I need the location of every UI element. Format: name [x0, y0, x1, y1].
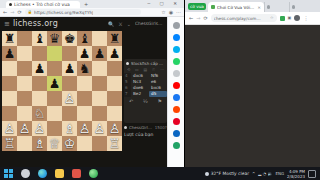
more-icon[interactable]: ⋯ — [176, 10, 181, 15]
url-text: chess.com/play/com… — [214, 16, 268, 21]
piece-p-h7[interactable]: ♟ — [109, 47, 121, 60]
square-d4[interactable] — [47, 91, 62, 106]
back-icon[interactable]: ← — [3, 10, 7, 15]
tab-group-text: cờ vua — [190, 4, 204, 9]
piece-P-c2[interactable]: ♙ — [34, 122, 46, 135]
piece-N-c3[interactable]: ♘ — [34, 107, 46, 120]
lichess-chess-board: ♜♝♛♚♝♜♟♟♟♟♟♟♞♟♙♘♙♙♙♗♙♙♙♖♗♕♔♖ — [2, 31, 122, 151]
favorites-icon[interactable]: ☆ — [161, 10, 165, 15]
piece-P-g2[interactable]: ♙ — [94, 122, 106, 135]
desktop: Lichess • Trò chơi cờ vua + ─ ▢ ✕ ← → ⟳ … — [0, 0, 320, 180]
window-controls[interactable]: ─ ▢ ✕ — [147, 1, 181, 6]
square-c4[interactable] — [32, 91, 47, 106]
square-a8[interactable]: ♜ — [2, 31, 17, 46]
new-tab-button[interactable]: + — [84, 1, 88, 7]
movelist-tool-icon[interactable]: ⋯ — [160, 68, 164, 72]
square-c3[interactable]: ♘ — [32, 106, 47, 121]
chesscom-favicon — [211, 5, 215, 9]
piece-p-g7[interactable]: ♟ — [94, 47, 106, 60]
square-f2[interactable]: ♙ — [77, 121, 92, 136]
square-f6[interactable]: ♞ — [77, 61, 92, 76]
start-icon — [4, 174, 8, 178]
game-side-panel: Stockfish cấp độ 6 ⟲▭▤⚐⋯ 4dxc6Nf65Nc3e66… — [124, 59, 167, 123]
square-f4[interactable] — [77, 91, 92, 106]
browser-toolbar: ← → ⟳ 🔒 https://lichess.org/9wXqTYhJ ☆ ◉… — [0, 8, 184, 17]
tab-title: Lichess • Trò chơi cờ vua — [14, 2, 70, 7]
square-c1[interactable]: ♗ — [32, 136, 47, 151]
movelist-tool-icon[interactable]: ▤ — [143, 68, 147, 72]
start-icon — [9, 174, 13, 178]
square-g6[interactable] — [92, 61, 107, 76]
close-tab-icon[interactable]: ✕ — [258, 5, 261, 10]
weather-text: 32°F Mostly clear — [211, 171, 249, 176]
square-g7[interactable]: ♟ — [92, 46, 107, 61]
square-h8[interactable]: ♜ — [107, 31, 122, 46]
draw-button[interactable]: ½ — [143, 99, 148, 104]
square-g2[interactable]: ♙ — [92, 121, 107, 136]
search-icon[interactable]: 🔍 — [108, 21, 114, 27]
movelist-tool-icon[interactable]: ⟲ — [127, 68, 130, 72]
sidebar-app-icon[interactable] — [173, 22, 180, 29]
piece-P-a2[interactable]: ♙ — [4, 122, 16, 135]
square-a3[interactable] — [2, 106, 17, 121]
tray-icons[interactable]: ▂ ◔ 🔉 — [258, 171, 272, 176]
square-d8[interactable]: ♛ — [47, 31, 62, 46]
lichess-header: ≡ lichess.org 🔍 ⚔ ⌄ ChessGirlsDa… — [0, 17, 167, 30]
sidebar-app-icon[interactable] — [173, 58, 180, 65]
square-c6[interactable]: ♟ — [32, 61, 47, 76]
green-app-icon[interactable] — [89, 169, 98, 178]
red-app-icon[interactable] — [72, 169, 81, 178]
profile-icon[interactable]: ◉ — [169, 10, 173, 15]
square-a7[interactable]: ♟ — [2, 46, 17, 61]
square-c2[interactable]: ♙ — [32, 121, 47, 136]
turn-status: Lượt của bạn — [124, 132, 167, 137]
piece-b-c8[interactable]: ♝ — [34, 32, 46, 45]
tab-bar: cờ vua Chơi Cờ Vua Với Máy Tín… ✕ — [185, 0, 320, 12]
square-h6[interactable] — [107, 61, 122, 76]
player-name[interactable]: ChessGirlsDay_Youtu… — [129, 125, 153, 130]
square-b3[interactable] — [17, 106, 32, 121]
language-indicator[interactable]: ENG — [275, 171, 284, 176]
square-h7[interactable]: ♟ — [107, 46, 122, 61]
square-b2[interactable]: ♙ — [17, 121, 32, 136]
square-e2[interactable]: ♗ — [62, 121, 77, 136]
square-h1[interactable]: ♖ — [107, 136, 122, 151]
browser-window-lichess: Lichess • Trò chơi cờ vua + ─ ▢ ✕ ← → ⟳ … — [0, 0, 184, 167]
movelist-tool-icon[interactable]: ▭ — [135, 68, 139, 72]
moon-icon — [205, 172, 209, 176]
search-icon[interactable] — [21, 169, 30, 178]
start-icon — [9, 169, 13, 173]
square-b4[interactable] — [17, 91, 32, 106]
lichess-username[interactable]: ChessGirlsDa… — [135, 21, 163, 26]
piece-P-e4[interactable]: ♙ — [64, 92, 76, 105]
sidebar-app-icon[interactable] — [173, 82, 180, 89]
square-g3[interactable] — [92, 106, 107, 121]
challenge-icon[interactable]: ⚔ — [118, 21, 122, 27]
tab-bar: Lichess • Trò chơi cờ vua + ─ ▢ ✕ — [0, 0, 184, 8]
sidebar-app-icon[interactable] — [173, 106, 180, 113]
notification-icon[interactable] — [308, 170, 316, 178]
move[interactable]: d5 — [149, 91, 167, 97]
piece-R-a1[interactable]: ♖ — [4, 137, 16, 150]
square-g8[interactable] — [92, 31, 107, 46]
file-explorer-icon[interactable] — [55, 169, 64, 178]
windows-taskbar: 32°F Mostly clear ^ ▂ ◔ 🔉 ENG 4:09 PM 2/… — [0, 167, 320, 180]
square-h3[interactable] — [107, 106, 122, 121]
weather-widget[interactable]: 32°F Mostly clear — [205, 171, 249, 176]
piece-n-f6[interactable]: ♞ — [79, 62, 91, 75]
forward-icon[interactable]: → — [10, 10, 14, 15]
address-bar[interactable]: chess.com/play/com… ☆ — [211, 14, 277, 22]
square-g1[interactable] — [92, 136, 107, 151]
piece-p-c6[interactable]: ♟ — [34, 62, 46, 75]
start-icon — [4, 169, 8, 173]
lichess-wordmark[interactable]: lichess.org — [13, 19, 58, 28]
square-g4[interactable] — [92, 91, 107, 106]
square-b1[interactable] — [17, 136, 32, 151]
piece-p-a7[interactable]: ♟ — [4, 47, 16, 60]
tab-title: Chơi Cờ Vua Với Máy Tín… — [217, 5, 256, 10]
reload-icon[interactable]: ⟳ — [203, 16, 207, 21]
lichess-favicon — [9, 3, 12, 6]
move-list: 4dxc6Nf65Nc3e66dxe6bxc67Be2d5 — [124, 73, 167, 97]
piece-Q-d1[interactable]: ♕ — [49, 137, 61, 150]
address-bar[interactable]: 🔒 https://lichess.org/9wXqTYhJ — [25, 9, 141, 15]
tab-lichess[interactable]: Lichess • Trò chơi cờ vua — [6, 1, 80, 8]
player-rating: 1500? — [155, 125, 167, 130]
square-a1[interactable]: ♖ — [2, 136, 17, 151]
lock-icon: 🔒 — [28, 10, 32, 14]
square-d6[interactable] — [47, 61, 62, 76]
edge-sidebar — [167, 17, 184, 167]
square-e7[interactable] — [62, 46, 77, 61]
square-d5[interactable]: ♟ — [47, 76, 62, 91]
square-b7[interactable] — [17, 46, 32, 61]
sidebar-app-icon[interactable] — [173, 46, 180, 53]
bookmark-icon[interactable]: ☆ — [270, 16, 274, 20]
edge-icon[interactable] — [38, 169, 47, 178]
square-g5[interactable] — [92, 76, 107, 91]
piece-r-a8[interactable]: ♜ — [4, 32, 16, 45]
taskbar-right: 32°F Mostly clear ^ ▂ ◔ 🔉 ENG 4:09 PM 2/… — [205, 169, 316, 179]
notifications-icon[interactable]: ⌄ — [127, 21, 131, 27]
tray-caret[interactable]: ^ — [252, 171, 255, 176]
piece-r-h8[interactable]: ♜ — [109, 32, 121, 45]
player-row: ChessGirlsDay_Youtu… 1500? — [124, 124, 167, 131]
square-e8[interactable]: ♚ — [62, 31, 77, 46]
piece-q-d8[interactable]: ♛ — [49, 32, 61, 45]
tab-stub[interactable] — [289, 2, 314, 12]
url-text: https://lichess.org/9wXqTYhJ — [34, 10, 93, 15]
tab-favicon — [292, 5, 296, 9]
browser-window-chesscom: cờ vua Chơi Cờ Vua Với Máy Tín… ✕ ← → ⟳ … — [185, 0, 320, 167]
piece-B-c1[interactable]: ♗ — [34, 137, 46, 150]
square-a2[interactable]: ♙ — [2, 121, 17, 136]
square-e5[interactable] — [62, 76, 77, 91]
puzzle-icon[interactable]: ▣ — [288, 16, 292, 20]
piece-k-e8[interactable]: ♚ — [64, 32, 76, 45]
move[interactable]: Be2 — [131, 91, 149, 97]
square-f8[interactable]: ♝ — [77, 31, 92, 46]
forward-icon[interactable]: → — [196, 16, 200, 21]
profile-avatar[interactable] — [294, 15, 300, 21]
reload-icon[interactable]: ⟳ — [17, 10, 21, 15]
sidebar-app-icon[interactable] — [173, 118, 180, 125]
square-d2[interactable] — [47, 121, 62, 136]
browser-toolbar: ← → ⟳ chess.com/play/com… ☆ ▣ ⋮ — [185, 12, 320, 25]
piece-P-h2[interactable]: ♙ — [109, 122, 121, 135]
more-icon[interactable]: ⋮ — [303, 16, 308, 21]
tab-favicon — [267, 5, 271, 9]
piece-K-e1[interactable]: ♔ — [64, 137, 76, 150]
square-e4[interactable]: ♙ — [62, 91, 77, 106]
start-button[interactable] — [4, 169, 13, 178]
sidebar-app-icon[interactable] — [173, 70, 180, 77]
clock[interactable]: 4:09 PM 2/8/2023 — [287, 169, 305, 179]
sidebar-app-icon[interactable] — [173, 130, 180, 137]
square-c8[interactable]: ♝ — [32, 31, 47, 46]
piece-p-e6[interactable]: ♟ — [64, 62, 76, 75]
square-a5[interactable] — [2, 76, 17, 91]
sidebar-app-icon[interactable] — [173, 142, 180, 149]
square-h4[interactable] — [107, 91, 122, 106]
engine-row: Stockfish cấp độ 6 — [124, 60, 167, 67]
date-text: 2/8/2023 — [287, 174, 305, 179]
piece-b-f8[interactable]: ♝ — [79, 32, 91, 45]
sidebar-app-icon[interactable] — [173, 94, 180, 101]
menu-icon[interactable]: ≡ — [4, 20, 10, 28]
square-f5[interactable] — [77, 76, 92, 91]
square-c7[interactable] — [32, 46, 47, 61]
resign-button[interactable]: ⚑ — [158, 99, 162, 104]
sidebar-app-icon[interactable] — [173, 34, 180, 41]
square-h2[interactable]: ♙ — [107, 121, 122, 136]
square-e1[interactable]: ♔ — [62, 136, 77, 151]
square-f3[interactable] — [77, 106, 92, 121]
square-b5[interactable] — [17, 76, 32, 91]
square-h5[interactable] — [107, 76, 122, 91]
header-icons: 🔍 ⚔ ⌄ ChessGirlsDa… — [108, 21, 163, 27]
square-e3[interactable] — [62, 106, 77, 121]
toolbar-icons: ☆ ◉ ⋯ — [161, 10, 181, 15]
piece-P-f2[interactable]: ♙ — [79, 122, 91, 135]
square-b8[interactable] — [17, 31, 32, 46]
engine-name: Stockfish cấp độ 6 — [131, 61, 165, 66]
player-color-dot — [124, 126, 127, 129]
tab-stub[interactable] — [264, 2, 289, 12]
piece-p-f7[interactable]: ♟ — [79, 47, 91, 60]
takeback-button[interactable]: ↶ — [129, 99, 133, 104]
extension-icon[interactable] — [280, 16, 285, 21]
piece-R-h1[interactable]: ♖ — [109, 137, 121, 150]
piece-B-e2[interactable]: ♗ — [64, 122, 76, 135]
square-d1[interactable]: ♕ — [47, 136, 62, 151]
piece-p-d5[interactable]: ♟ — [49, 77, 61, 90]
game-actions: ↶ ½ ⚑ — [124, 97, 167, 104]
movelist-tool-icon[interactable]: ⚐ — [152, 68, 155, 72]
square-b6[interactable] — [17, 61, 32, 76]
piece-P-b2[interactable]: ♙ — [19, 122, 31, 135]
square-a4[interactable] — [2, 91, 17, 106]
square-f1[interactable] — [77, 136, 92, 151]
tab-chesscom[interactable]: Chơi Cờ Vua Với Máy Tín… ✕ — [208, 2, 264, 12]
square-d3[interactable] — [47, 106, 62, 121]
tab-group-label[interactable]: cờ vua — [188, 3, 206, 10]
square-e6[interactable]: ♟ — [62, 61, 77, 76]
back-icon[interactable]: ← — [189, 16, 193, 21]
engine-color-dot — [126, 62, 129, 65]
move[interactable]: bxc6 — [149, 85, 167, 91]
square-c5[interactable] — [32, 76, 47, 91]
move-number: 7 — [124, 91, 131, 97]
square-f7[interactable]: ♟ — [77, 46, 92, 61]
time-text: 4:09 PM — [287, 169, 305, 174]
square-d7[interactable] — [47, 46, 62, 61]
square-a6[interactable] — [2, 61, 17, 76]
